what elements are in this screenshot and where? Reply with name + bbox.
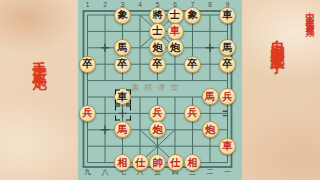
board-point-2-0 bbox=[96, 7, 114, 23]
piece-black-soldier[interactable]: 卒 bbox=[219, 56, 236, 73]
board-point-4-2 bbox=[131, 40, 149, 56]
board-point-2-4 bbox=[96, 72, 114, 88]
marker-corner bbox=[126, 116, 131, 121]
board-point-8-0 bbox=[201, 7, 219, 23]
board-point-2-5 bbox=[96, 89, 114, 105]
board-point-5-4 bbox=[149, 72, 167, 88]
board-point-1-1 bbox=[79, 23, 97, 39]
board-point-4-9: 仕 bbox=[131, 154, 149, 170]
board-point-9-3: 卒 bbox=[219, 56, 237, 72]
board-point-9-2: 馬 bbox=[219, 40, 237, 56]
board-point-7-9: 相 bbox=[184, 154, 202, 170]
board-point-2-9 bbox=[96, 154, 114, 170]
board-point-4-4 bbox=[131, 72, 149, 88]
board-point-8-2 bbox=[201, 40, 219, 56]
board-point-4-0 bbox=[131, 7, 149, 23]
piece-black-horse[interactable]: 馬 bbox=[219, 39, 236, 56]
board-point-4-6 bbox=[131, 105, 149, 121]
board-point-4-5 bbox=[131, 89, 149, 105]
board-point-3-0: 象 bbox=[114, 7, 132, 23]
piece-red-cannon[interactable]: 炮 bbox=[202, 121, 219, 138]
board-point-5-2: 炮 bbox=[149, 40, 167, 56]
board-point-3-3: 卒 bbox=[114, 56, 132, 72]
board-point-1-6: 兵 bbox=[79, 105, 97, 121]
board-point-6-1: 車 bbox=[166, 23, 184, 39]
board-point-6-4 bbox=[166, 72, 184, 88]
board-point-3-1 bbox=[114, 23, 132, 39]
piece-red-elephant[interactable]: 相 bbox=[184, 154, 201, 171]
board-point-7-7 bbox=[184, 122, 202, 138]
board-grid: 象將士象車士車馬炮炮馬卒卒卒卒卒車馬兵兵兵兵馬炮炮車相仕帥仕相 bbox=[79, 7, 237, 171]
board-point-1-7 bbox=[79, 122, 97, 138]
board-point-1-3: 卒 bbox=[79, 56, 97, 72]
board-point-7-4 bbox=[184, 72, 202, 88]
board-point-8-9 bbox=[201, 154, 219, 170]
board-point-8-8 bbox=[201, 138, 219, 154]
board-point-8-4 bbox=[201, 72, 219, 88]
piece-black-chariot[interactable]: 車 bbox=[219, 7, 236, 24]
piece-black-horse[interactable]: 馬 bbox=[114, 39, 131, 56]
caption-channel-title: 中国象棋古谱视频 bbox=[303, 5, 316, 23]
board-point-7-6: 兵 bbox=[184, 105, 202, 121]
piece-black-elephant[interactable]: 象 bbox=[184, 7, 201, 24]
board-point-4-7 bbox=[131, 122, 149, 138]
piece-black-cannon[interactable]: 炮 bbox=[167, 39, 184, 56]
piece-red-general[interactable]: 帥 bbox=[149, 154, 166, 171]
board-point-6-5 bbox=[166, 89, 184, 105]
board-point-3-4 bbox=[114, 72, 132, 88]
video-frame: 手字应手炮 自出洞来无敌手 中国象棋古谱视频 123456789 九八七六五四三… bbox=[0, 0, 320, 180]
piece-red-cannon[interactable]: 炮 bbox=[149, 121, 166, 138]
board-point-5-7: 炮 bbox=[149, 122, 167, 138]
board-point-7-0: 象 bbox=[184, 7, 202, 23]
marker-corner bbox=[115, 116, 120, 121]
board-point-2-1 bbox=[96, 23, 114, 39]
marker-corner bbox=[115, 106, 120, 111]
board-point-5-9: 帥 bbox=[149, 154, 167, 170]
board-point-4-3 bbox=[131, 56, 149, 72]
caption-chapter-title: 手字应手炮 bbox=[30, 49, 48, 69]
board-point-7-3: 卒 bbox=[184, 56, 202, 72]
piece-black-advisor[interactable]: 士 bbox=[149, 23, 166, 40]
board-point-1-2 bbox=[79, 40, 97, 56]
piece-red-horse[interactable]: 馬 bbox=[202, 88, 219, 105]
piece-red-elephant[interactable]: 相 bbox=[114, 154, 131, 171]
board-point-5-3: 卒 bbox=[149, 56, 167, 72]
board-point-5-0: 將 bbox=[149, 7, 167, 23]
board-point-7-1 bbox=[184, 23, 202, 39]
board-point-8-3 bbox=[201, 56, 219, 72]
piece-black-elephant[interactable]: 象 bbox=[114, 7, 131, 24]
board-point-9-5: 兵 bbox=[219, 89, 237, 105]
board-point-1-0 bbox=[79, 7, 97, 23]
board-point-4-1 bbox=[131, 23, 149, 39]
board-point-2-8 bbox=[96, 138, 114, 154]
board-point-3-2: 馬 bbox=[114, 40, 132, 56]
board-point-6-3 bbox=[166, 56, 184, 72]
piece-black-chariot[interactable]: 車 bbox=[114, 88, 131, 105]
board-point-1-4 bbox=[79, 72, 97, 88]
board-point-5-1: 士 bbox=[149, 23, 167, 39]
piece-black-soldier[interactable]: 卒 bbox=[79, 56, 96, 73]
board-point-1-8 bbox=[79, 138, 97, 154]
piece-red-chariot[interactable]: 車 bbox=[167, 23, 184, 40]
board-point-3-7: 馬 bbox=[114, 122, 132, 138]
board-point-6-6 bbox=[166, 105, 184, 121]
board-point-9-1 bbox=[219, 23, 237, 39]
board-point-6-9: 仕 bbox=[166, 154, 184, 170]
board-point-3-8 bbox=[114, 138, 132, 154]
board-point-3-5: 車 bbox=[114, 89, 132, 105]
board-point-2-7 bbox=[96, 122, 114, 138]
piece-red-advisor[interactable]: 仕 bbox=[167, 154, 184, 171]
piece-black-advisor[interactable]: 士 bbox=[167, 7, 184, 24]
board-point-5-6: 兵 bbox=[149, 105, 167, 121]
piece-red-chariot[interactable]: 車 bbox=[219, 138, 236, 155]
piece-red-soldier[interactable]: 兵 bbox=[79, 105, 96, 122]
board-point-8-5: 馬 bbox=[201, 89, 219, 105]
board-point-9-6 bbox=[219, 105, 237, 121]
board-point-9-7 bbox=[219, 122, 237, 138]
board-point-3-9: 相 bbox=[114, 154, 132, 170]
board-point-7-8 bbox=[184, 138, 202, 154]
piece-red-soldier[interactable]: 兵 bbox=[149, 105, 166, 122]
xiangqi-board: 123456789 九八七六五四三二一 象棋课堂 象將士象車士車馬炮炮馬卒卒卒卒… bbox=[78, 0, 242, 180]
piece-black-cannon[interactable]: 炮 bbox=[149, 39, 166, 56]
last-move-marker bbox=[115, 106, 131, 121]
piece-red-advisor[interactable]: 仕 bbox=[132, 154, 149, 171]
board-point-7-2 bbox=[184, 40, 202, 56]
board-point-4-8 bbox=[131, 138, 149, 154]
piece-black-soldier[interactable]: 卒 bbox=[149, 56, 166, 73]
piece-black-soldier[interactable]: 卒 bbox=[184, 56, 201, 73]
board-point-8-1 bbox=[201, 23, 219, 39]
caption-book-title: 自出洞来无敌手 bbox=[268, 29, 286, 50]
board-point-9-0: 車 bbox=[219, 7, 237, 23]
board-point-1-9 bbox=[79, 154, 97, 170]
board-point-6-8 bbox=[166, 138, 184, 154]
piece-red-soldier[interactable]: 兵 bbox=[219, 88, 236, 105]
board-point-2-3 bbox=[96, 56, 114, 72]
board-point-9-4 bbox=[219, 72, 237, 88]
board-point-7-5 bbox=[184, 89, 202, 105]
board-point-8-7: 炮 bbox=[201, 122, 219, 138]
marker-corner bbox=[126, 106, 131, 111]
board-point-5-8 bbox=[149, 138, 167, 154]
board-point-6-0: 士 bbox=[166, 7, 184, 23]
piece-red-soldier[interactable]: 兵 bbox=[184, 105, 201, 122]
piece-black-soldier[interactable]: 卒 bbox=[114, 56, 131, 73]
board-point-2-6 bbox=[96, 105, 114, 121]
piece-black-general[interactable]: 將 bbox=[149, 7, 166, 24]
board-point-3-6 bbox=[114, 105, 132, 121]
board-point-5-5 bbox=[149, 89, 167, 105]
board-point-9-9 bbox=[219, 154, 237, 170]
board-point-6-2: 炮 bbox=[166, 40, 184, 56]
board-point-2-2 bbox=[96, 40, 114, 56]
board-point-9-8: 車 bbox=[219, 138, 237, 154]
board-point-1-5 bbox=[79, 89, 97, 105]
board-point-8-6 bbox=[201, 105, 219, 121]
piece-red-horse[interactable]: 馬 bbox=[114, 121, 131, 138]
board-point-6-7 bbox=[166, 122, 184, 138]
